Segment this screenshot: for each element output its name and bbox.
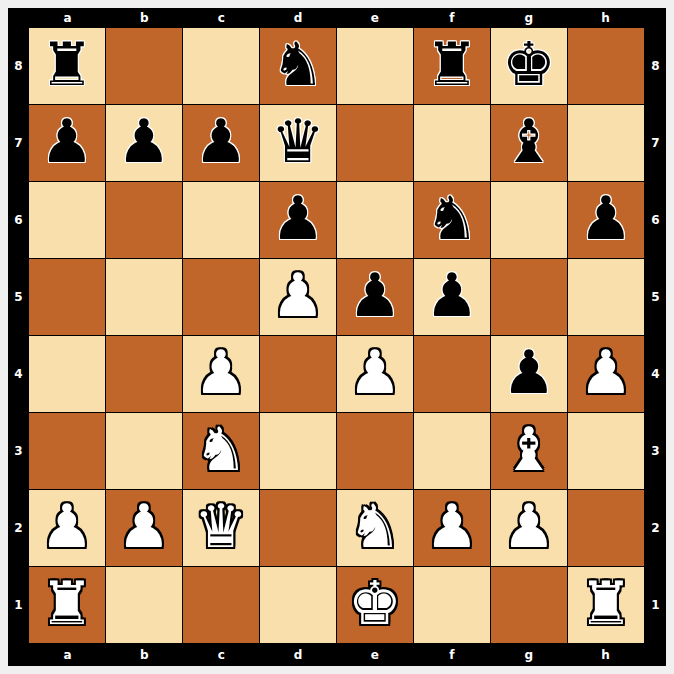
square-h2[interactable]: [568, 490, 644, 566]
black-pawn-f5[interactable]: ♟: [425, 265, 479, 325]
square-g8[interactable]: ♚: [491, 28, 567, 104]
file-label-top-c: c: [183, 8, 260, 28]
square-g6[interactable]: [491, 182, 567, 258]
white-bishop-g3[interactable]: ♝: [502, 419, 556, 479]
file-label-bottom-f: f: [413, 643, 490, 666]
square-b2[interactable]: ♟: [106, 490, 182, 566]
square-b6[interactable]: [106, 182, 182, 258]
chessboard-page: abcdefgh abcdefgh 87654321 87654321 ♜♞♜♚…: [0, 0, 674, 674]
square-g2[interactable]: ♟: [491, 490, 567, 566]
square-b7[interactable]: ♟: [106, 105, 182, 181]
square-g4[interactable]: ♟: [491, 336, 567, 412]
square-g5[interactable]: [491, 259, 567, 335]
black-king-g8[interactable]: ♚: [502, 34, 556, 94]
square-e7[interactable]: [337, 105, 413, 181]
black-pawn-c7[interactable]: ♟: [194, 111, 248, 171]
file-label-bottom-b: b: [106, 643, 183, 666]
white-queen-c2[interactable]: ♛: [194, 496, 248, 556]
white-rook-h1[interactable]: ♜: [579, 573, 633, 633]
file-label-bottom-g: g: [490, 643, 567, 666]
square-h7[interactable]: [568, 105, 644, 181]
board: ♜♞♜♚♟♟♟♛♝♟♞♟♟♟♟♟♟♟♟♞♝♟♟♛♞♟♟♜♚♜: [29, 28, 644, 643]
square-f4[interactable]: [414, 336, 490, 412]
square-c3[interactable]: ♞: [183, 413, 259, 489]
square-a5[interactable]: [29, 259, 105, 335]
black-pawn-b7[interactable]: ♟: [117, 111, 171, 171]
rank-labels-right: 87654321: [645, 28, 666, 643]
rank-label-right-4: 4: [645, 336, 666, 413]
square-g7[interactable]: ♝: [491, 105, 567, 181]
square-c7[interactable]: ♟: [183, 105, 259, 181]
black-queen-d7[interactable]: ♛: [271, 111, 325, 171]
white-knight-e2[interactable]: ♞: [348, 496, 402, 556]
square-c8[interactable]: [183, 28, 259, 104]
square-b4[interactable]: [106, 336, 182, 412]
black-rook-f8[interactable]: ♜: [425, 34, 479, 94]
rank-label-left-8: 8: [8, 28, 29, 105]
square-h5[interactable]: [568, 259, 644, 335]
black-pawn-g4[interactable]: ♟: [502, 342, 556, 402]
rank-label-left-7: 7: [8, 105, 29, 182]
square-c6[interactable]: [183, 182, 259, 258]
square-h4[interactable]: ♟: [568, 336, 644, 412]
white-pawn-d5[interactable]: ♟: [271, 265, 325, 325]
file-label-top-g: g: [490, 8, 567, 28]
file-labels-top: abcdefgh: [29, 8, 644, 28]
square-a8[interactable]: ♜: [29, 28, 105, 104]
white-pawn-g2[interactable]: ♟: [502, 496, 556, 556]
rank-label-left-5: 5: [8, 259, 29, 336]
rank-label-left-4: 4: [8, 336, 29, 413]
square-d6[interactable]: ♟: [260, 182, 336, 258]
square-e4[interactable]: ♟: [337, 336, 413, 412]
square-e2[interactable]: ♞: [337, 490, 413, 566]
square-g3[interactable]: ♝: [491, 413, 567, 489]
file-labels-bottom: abcdefgh: [29, 643, 644, 666]
rank-label-right-8: 8: [645, 28, 666, 105]
white-pawn-e4[interactable]: ♟: [348, 342, 402, 402]
file-label-top-e: e: [337, 8, 414, 28]
white-pawn-b2[interactable]: ♟: [117, 496, 171, 556]
black-rook-a8[interactable]: ♜: [40, 34, 94, 94]
black-pawn-e5[interactable]: ♟: [348, 265, 402, 325]
rank-label-right-2: 2: [645, 489, 666, 566]
square-b5[interactable]: [106, 259, 182, 335]
rank-label-left-3: 3: [8, 412, 29, 489]
square-g1[interactable]: [491, 567, 567, 643]
rank-label-right-7: 7: [645, 105, 666, 182]
square-h3[interactable]: [568, 413, 644, 489]
square-d3[interactable]: [260, 413, 336, 489]
white-knight-c3[interactable]: ♞: [194, 419, 248, 479]
black-pawn-a7[interactable]: ♟: [40, 111, 94, 171]
white-king-e1[interactable]: ♚: [348, 573, 402, 633]
file-label-top-a: a: [29, 8, 106, 28]
white-pawn-c4[interactable]: ♟: [194, 342, 248, 402]
square-f3[interactable]: [414, 413, 490, 489]
square-b8[interactable]: [106, 28, 182, 104]
board-frame: abcdefgh abcdefgh 87654321 87654321 ♜♞♜♚…: [8, 8, 666, 666]
square-a2[interactable]: ♟: [29, 490, 105, 566]
square-a6[interactable]: [29, 182, 105, 258]
square-a1[interactable]: ♜: [29, 567, 105, 643]
file-label-top-d: d: [260, 8, 337, 28]
black-bishop-g7[interactable]: ♝: [502, 111, 556, 171]
square-c5[interactable]: [183, 259, 259, 335]
square-d8[interactable]: ♞: [260, 28, 336, 104]
square-d5[interactable]: ♟: [260, 259, 336, 335]
file-label-top-f: f: [413, 8, 490, 28]
square-e1[interactable]: ♚: [337, 567, 413, 643]
black-knight-f6[interactable]: ♞: [425, 188, 479, 248]
square-d7[interactable]: ♛: [260, 105, 336, 181]
rank-label-left-6: 6: [8, 182, 29, 259]
square-c4[interactable]: ♟: [183, 336, 259, 412]
square-d1[interactable]: [260, 567, 336, 643]
white-pawn-a2[interactable]: ♟: [40, 496, 94, 556]
white-rook-a1[interactable]: ♜: [40, 573, 94, 633]
white-pawn-f2[interactable]: ♟: [425, 496, 479, 556]
square-f8[interactable]: ♜: [414, 28, 490, 104]
square-b1[interactable]: [106, 567, 182, 643]
black-pawn-h6[interactable]: ♟: [579, 188, 633, 248]
file-label-bottom-c: c: [183, 643, 260, 666]
rank-label-right-1: 1: [645, 566, 666, 643]
square-f1[interactable]: [414, 567, 490, 643]
square-a4[interactable]: [29, 336, 105, 412]
file-label-top-b: b: [106, 8, 183, 28]
file-label-bottom-a: a: [29, 643, 106, 666]
square-e3[interactable]: [337, 413, 413, 489]
square-h8[interactable]: [568, 28, 644, 104]
square-h6[interactable]: ♟: [568, 182, 644, 258]
square-e6[interactable]: [337, 182, 413, 258]
file-label-bottom-e: e: [337, 643, 414, 666]
rank-label-right-6: 6: [645, 182, 666, 259]
square-e5[interactable]: ♟: [337, 259, 413, 335]
square-e8[interactable]: [337, 28, 413, 104]
square-d4[interactable]: [260, 336, 336, 412]
square-a3[interactable]: [29, 413, 105, 489]
square-a7[interactable]: ♟: [29, 105, 105, 181]
square-f6[interactable]: ♞: [414, 182, 490, 258]
rank-label-right-5: 5: [645, 259, 666, 336]
square-d2[interactable]: [260, 490, 336, 566]
square-f5[interactable]: ♟: [414, 259, 490, 335]
white-pawn-h4[interactable]: ♟: [579, 342, 633, 402]
square-f7[interactable]: [414, 105, 490, 181]
rank-labels-left: 87654321: [8, 28, 29, 643]
square-h1[interactable]: ♜: [568, 567, 644, 643]
file-label-bottom-h: h: [567, 643, 644, 666]
rank-label-left-1: 1: [8, 566, 29, 643]
black-knight-d8[interactable]: ♞: [271, 34, 325, 94]
file-label-top-h: h: [567, 8, 644, 28]
square-c2[interactable]: ♛: [183, 490, 259, 566]
file-label-bottom-d: d: [260, 643, 337, 666]
square-c1[interactable]: [183, 567, 259, 643]
black-pawn-d6[interactable]: ♟: [271, 188, 325, 248]
square-b3[interactable]: [106, 413, 182, 489]
square-f2[interactable]: ♟: [414, 490, 490, 566]
rank-label-left-2: 2: [8, 489, 29, 566]
rank-label-right-3: 3: [645, 412, 666, 489]
